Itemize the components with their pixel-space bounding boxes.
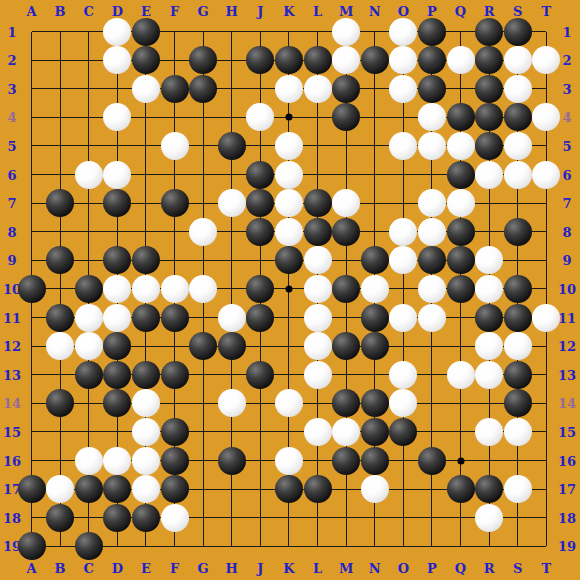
row-label-right: 17	[558, 483, 576, 496]
black-stone-K2: ●	[275, 46, 303, 74]
white-stone-K5: ○	[275, 132, 303, 160]
black-stone-N14: ●	[361, 389, 389, 417]
column-label-top: Q	[455, 5, 466, 18]
column-label-top: A	[26, 5, 36, 18]
white-stone-E3: ○	[132, 75, 160, 103]
white-stone-K7: ○	[275, 189, 303, 217]
column-label-bottom: B	[55, 562, 66, 575]
row-label-left: 16	[3, 454, 21, 467]
column-label-top: S	[513, 5, 522, 18]
black-stone-D13: ●	[103, 361, 131, 389]
row-label-left: 6	[7, 168, 16, 181]
black-stone-D7: ●	[103, 189, 131, 217]
white-stone-M1: ○	[332, 18, 360, 46]
grid-line-horizontal	[32, 431, 547, 432]
black-stone-S4: ●	[504, 103, 532, 131]
black-stone-E2: ●	[132, 46, 160, 74]
black-stone-S14: ●	[504, 389, 532, 417]
row-label-left: 8	[7, 225, 16, 238]
row-label-left: 4	[7, 111, 16, 124]
white-stone-B12: ○	[46, 332, 74, 360]
black-stone-F16: ●	[161, 447, 189, 475]
white-stone-K8: ○	[275, 218, 303, 246]
go-app-window: AABBCCDDEEFFGGHHJJKKLLMMNNOOPPQQRRSSTT11…	[0, 0, 580, 580]
white-stone-O11: ○	[389, 304, 417, 332]
white-stone-M2: ○	[332, 46, 360, 74]
black-stone-B9: ●	[46, 246, 74, 274]
white-stone-D10: ○	[103, 275, 131, 303]
black-stone-J11: ●	[246, 304, 274, 332]
black-stone-A19: ●	[18, 532, 46, 560]
white-stone-R18: ○	[475, 504, 503, 532]
row-label-right: 8	[562, 225, 571, 238]
black-stone-M8: ●	[332, 218, 360, 246]
black-stone-F3: ●	[161, 75, 189, 103]
black-stone-S1: ●	[504, 18, 532, 46]
black-stone-N15: ●	[361, 418, 389, 446]
column-label-bottom: S	[513, 562, 522, 575]
column-label-bottom: E	[141, 562, 151, 575]
black-stone-A10: ●	[18, 275, 46, 303]
white-stone-E15: ○	[132, 418, 160, 446]
black-stone-E18: ●	[132, 504, 160, 532]
black-stone-N2: ●	[361, 46, 389, 74]
column-label-top: B	[55, 5, 66, 18]
white-stone-Q2: ○	[447, 46, 475, 74]
black-stone-F11: ●	[161, 304, 189, 332]
white-stone-Q5: ○	[447, 132, 475, 160]
black-stone-J7: ●	[246, 189, 274, 217]
white-stone-S5: ○	[504, 132, 532, 160]
white-stone-M15: ○	[332, 418, 360, 446]
white-stone-O1: ○	[389, 18, 417, 46]
black-stone-M4: ●	[332, 103, 360, 131]
black-stone-S13: ●	[504, 361, 532, 389]
column-label-bottom: O	[398, 562, 409, 575]
white-stone-F10: ○	[161, 275, 189, 303]
white-stone-T4: ○	[532, 103, 560, 131]
white-stone-R15: ○	[475, 418, 503, 446]
black-stone-C19: ●	[75, 532, 103, 560]
row-label-left: 3	[7, 82, 16, 95]
black-stone-J8: ●	[246, 218, 274, 246]
black-stone-O15: ●	[389, 418, 417, 446]
white-stone-O5: ○	[389, 132, 417, 160]
white-stone-S3: ○	[504, 75, 532, 103]
white-stone-R12: ○	[475, 332, 503, 360]
row-label-right: 10	[558, 282, 576, 295]
black-stone-B7: ●	[46, 189, 74, 217]
black-stone-P1: ●	[418, 18, 446, 46]
black-stone-K9: ●	[275, 246, 303, 274]
white-stone-E14: ○	[132, 389, 160, 417]
white-stone-P5: ○	[418, 132, 446, 160]
row-label-right: 4	[562, 111, 571, 124]
white-stone-L13: ○	[304, 361, 332, 389]
black-stone-Q17: ●	[447, 475, 475, 503]
black-stone-D18: ●	[103, 504, 131, 532]
black-stone-E11: ●	[132, 304, 160, 332]
white-stone-O14: ○	[389, 389, 417, 417]
black-stone-J13: ●	[246, 361, 274, 389]
row-label-right: 15	[558, 425, 576, 438]
black-stone-R11: ●	[475, 304, 503, 332]
black-stone-F13: ●	[161, 361, 189, 389]
white-stone-E16: ○	[132, 447, 160, 475]
black-stone-Q8: ●	[447, 218, 475, 246]
black-stone-R1: ●	[475, 18, 503, 46]
black-stone-G3: ●	[189, 75, 217, 103]
black-stone-E13: ●	[132, 361, 160, 389]
column-label-bottom: P	[427, 562, 437, 575]
column-label-bottom: T	[541, 562, 551, 575]
white-stone-P4: ○	[418, 103, 446, 131]
row-label-right: 2	[562, 54, 571, 67]
black-stone-S8: ●	[504, 218, 532, 246]
row-label-left: 9	[7, 254, 16, 267]
column-label-bottom: K	[283, 562, 294, 575]
white-stone-T2: ○	[532, 46, 560, 74]
black-stone-J6: ●	[246, 161, 274, 189]
black-stone-N11: ●	[361, 304, 389, 332]
black-stone-D12: ●	[103, 332, 131, 360]
row-label-left: 12	[3, 340, 21, 353]
white-stone-L15: ○	[304, 418, 332, 446]
black-stone-R17: ●	[475, 475, 503, 503]
black-stone-N12: ●	[361, 332, 389, 360]
white-stone-O2: ○	[389, 46, 417, 74]
black-stone-D17: ●	[103, 475, 131, 503]
row-label-left: 15	[3, 425, 21, 438]
row-label-right: 5	[562, 139, 571, 152]
white-stone-G10: ○	[189, 275, 217, 303]
black-stone-B11: ●	[46, 304, 74, 332]
white-stone-L10: ○	[304, 275, 332, 303]
column-label-top: O	[398, 5, 409, 18]
column-label-top: J	[257, 5, 263, 18]
row-label-right: 12	[558, 340, 576, 353]
white-stone-P8: ○	[418, 218, 446, 246]
black-stone-D9: ●	[103, 246, 131, 274]
white-stone-J4: ○	[246, 103, 274, 131]
black-stone-P2: ●	[418, 46, 446, 74]
row-label-left: 11	[3, 311, 21, 324]
black-stone-J2: ●	[246, 46, 274, 74]
black-stone-M12: ●	[332, 332, 360, 360]
row-label-left: 1	[7, 25, 16, 38]
star-point	[285, 114, 292, 121]
white-stone-C6: ○	[75, 161, 103, 189]
white-stone-P7: ○	[418, 189, 446, 217]
white-stone-P11: ○	[418, 304, 446, 332]
black-stone-H12: ●	[218, 332, 246, 360]
column-label-top: M	[339, 5, 353, 18]
column-label-top: K	[283, 5, 294, 18]
black-stone-R2: ●	[475, 46, 503, 74]
white-stone-H7: ○	[218, 189, 246, 217]
black-stone-G2: ●	[189, 46, 217, 74]
black-stone-G12: ●	[189, 332, 217, 360]
row-label-left: 18	[3, 511, 21, 524]
column-label-top: H	[226, 5, 238, 18]
black-stone-F17: ●	[161, 475, 189, 503]
white-stone-C11: ○	[75, 304, 103, 332]
white-stone-M7: ○	[332, 189, 360, 217]
white-stone-L9: ○	[304, 246, 332, 274]
black-stone-L8: ●	[304, 218, 332, 246]
black-stone-B14: ●	[46, 389, 74, 417]
row-label-right: 19	[558, 540, 576, 553]
black-stone-B18: ●	[46, 504, 74, 532]
black-stone-L7: ●	[304, 189, 332, 217]
white-stone-O13: ○	[389, 361, 417, 389]
black-stone-E1: ●	[132, 18, 160, 46]
white-stone-D2: ○	[103, 46, 131, 74]
black-stone-N16: ●	[361, 447, 389, 475]
column-label-bottom: N	[369, 562, 381, 575]
row-label-right: 1	[562, 25, 571, 38]
white-stone-K16: ○	[275, 447, 303, 475]
black-stone-D14: ●	[103, 389, 131, 417]
black-stone-Q9: ●	[447, 246, 475, 274]
white-stone-K3: ○	[275, 75, 303, 103]
white-stone-F5: ○	[161, 132, 189, 160]
row-label-right: 13	[558, 368, 576, 381]
row-label-left: 5	[7, 139, 16, 152]
black-stone-E9: ●	[132, 246, 160, 274]
black-stone-Q6: ●	[447, 161, 475, 189]
column-label-top: P	[427, 5, 437, 18]
white-stone-D4: ○	[103, 103, 131, 131]
column-label-bottom: C	[84, 562, 94, 575]
white-stone-D1: ○	[103, 18, 131, 46]
black-stone-F7: ●	[161, 189, 189, 217]
black-stone-C17: ●	[75, 475, 103, 503]
black-stone-H16: ●	[218, 447, 246, 475]
column-label-bottom: A	[26, 562, 36, 575]
black-stone-H5: ●	[218, 132, 246, 160]
black-stone-M10: ●	[332, 275, 360, 303]
white-stone-H14: ○	[218, 389, 246, 417]
black-stone-N9: ●	[361, 246, 389, 274]
row-label-left: 2	[7, 54, 16, 67]
black-stone-M14: ●	[332, 389, 360, 417]
black-stone-M16: ●	[332, 447, 360, 475]
black-stone-J10: ●	[246, 275, 274, 303]
column-label-top: L	[313, 5, 322, 18]
column-label-bottom: H	[226, 562, 238, 575]
white-stone-F18: ○	[161, 504, 189, 532]
row-label-left: 13	[3, 368, 21, 381]
black-stone-F15: ●	[161, 418, 189, 446]
black-stone-S10: ●	[504, 275, 532, 303]
row-label-left: 14	[3, 397, 21, 410]
star-point	[457, 457, 464, 464]
white-stone-O3: ○	[389, 75, 417, 103]
white-stone-R10: ○	[475, 275, 503, 303]
white-stone-S6: ○	[504, 161, 532, 189]
white-stone-P10: ○	[418, 275, 446, 303]
black-stone-Q4: ●	[447, 103, 475, 131]
white-stone-L3: ○	[304, 75, 332, 103]
row-label-right: 18	[558, 511, 576, 524]
white-stone-N17: ○	[361, 475, 389, 503]
white-stone-L12: ○	[304, 332, 332, 360]
column-label-bottom: M	[339, 562, 353, 575]
row-label-right: 9	[562, 254, 571, 267]
white-stone-D11: ○	[103, 304, 131, 332]
black-stone-L2: ●	[304, 46, 332, 74]
white-stone-H11: ○	[218, 304, 246, 332]
black-stone-C13: ●	[75, 361, 103, 389]
column-label-bottom: F	[170, 562, 179, 575]
row-label-right: 16	[558, 454, 576, 467]
row-label-right: 3	[562, 82, 571, 95]
white-stone-C16: ○	[75, 447, 103, 475]
white-stone-S15: ○	[504, 418, 532, 446]
white-stone-B17: ○	[46, 475, 74, 503]
white-stone-Q7: ○	[447, 189, 475, 217]
go-board[interactable]: AABBCCDDEEFFGGHHJJKKLLMMNNOOPPQQRRSSTT11…	[0, 0, 580, 580]
column-label-top: N	[369, 5, 381, 18]
column-label-top: F	[170, 5, 179, 18]
black-stone-K17: ●	[275, 475, 303, 503]
white-stone-N10: ○	[361, 275, 389, 303]
column-label-top: C	[84, 5, 94, 18]
black-stone-R3: ●	[475, 75, 503, 103]
black-stone-P9: ●	[418, 246, 446, 274]
white-stone-K14: ○	[275, 389, 303, 417]
white-stone-R6: ○	[475, 161, 503, 189]
white-stone-E10: ○	[132, 275, 160, 303]
column-label-bottom: Q	[455, 562, 466, 575]
white-stone-S2: ○	[504, 46, 532, 74]
white-stone-O8: ○	[389, 218, 417, 246]
white-stone-D16: ○	[103, 447, 131, 475]
white-stone-L11: ○	[304, 304, 332, 332]
grid-line-vertical	[403, 32, 404, 547]
column-label-top: R	[484, 5, 495, 18]
white-stone-C12: ○	[75, 332, 103, 360]
black-stone-P16: ●	[418, 447, 446, 475]
white-stone-R9: ○	[475, 246, 503, 274]
column-label-top: E	[141, 5, 151, 18]
row-label-right: 14	[558, 397, 576, 410]
row-label-right: 6	[562, 168, 571, 181]
black-stone-A17: ●	[18, 475, 46, 503]
white-stone-G8: ○	[189, 218, 217, 246]
black-stone-L17: ●	[304, 475, 332, 503]
column-label-bottom: R	[484, 562, 495, 575]
white-stone-Q13: ○	[447, 361, 475, 389]
star-point	[285, 285, 292, 292]
row-label-right: 7	[562, 197, 571, 210]
row-label-right: 11	[558, 311, 576, 324]
column-label-bottom: L	[313, 562, 322, 575]
white-stone-R13: ○	[475, 361, 503, 389]
white-stone-T6: ○	[532, 161, 560, 189]
column-label-top: D	[112, 5, 123, 18]
white-stone-K6: ○	[275, 161, 303, 189]
column-label-bottom: D	[112, 562, 123, 575]
black-stone-R5: ●	[475, 132, 503, 160]
black-stone-Q10: ●	[447, 275, 475, 303]
column-label-bottom: J	[257, 562, 263, 575]
white-stone-D6: ○	[103, 161, 131, 189]
row-label-left: 7	[7, 197, 16, 210]
black-stone-C10: ●	[75, 275, 103, 303]
column-label-top: T	[541, 5, 551, 18]
grid-line-horizontal	[32, 546, 547, 547]
black-stone-S11: ●	[504, 304, 532, 332]
white-stone-O9: ○	[389, 246, 417, 274]
white-stone-E17: ○	[132, 475, 160, 503]
black-stone-M3: ●	[332, 75, 360, 103]
black-stone-R4: ●	[475, 103, 503, 131]
black-stone-P3: ●	[418, 75, 446, 103]
white-stone-S17: ○	[504, 475, 532, 503]
white-stone-T11: ○	[532, 304, 560, 332]
column-label-bottom: G	[198, 562, 209, 575]
white-stone-S12: ○	[504, 332, 532, 360]
column-label-top: G	[198, 5, 209, 18]
